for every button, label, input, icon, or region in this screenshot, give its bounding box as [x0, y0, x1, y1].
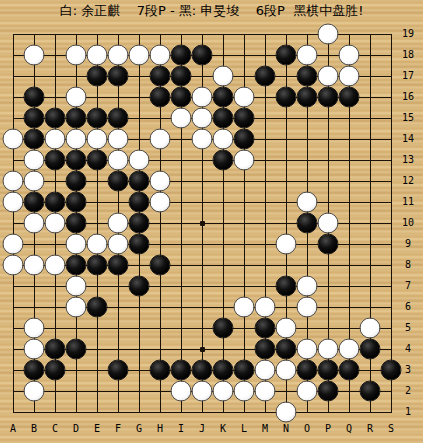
black-stone-H16	[150, 87, 171, 108]
black-stone-B14	[24, 129, 45, 150]
black-stone-C4	[45, 339, 66, 360]
column-label-E: E	[90, 423, 104, 434]
white-stone-M2	[255, 381, 276, 402]
black-stone-K15	[213, 108, 234, 129]
row-label-9: 9	[399, 238, 417, 249]
black-stone-J18	[192, 45, 213, 66]
black-stone-E15	[87, 108, 108, 129]
white-stone-O6	[297, 297, 318, 318]
white-stone-P10	[318, 213, 339, 234]
white-stone-D18	[66, 45, 87, 66]
column-label-N: N	[279, 423, 293, 434]
white-stone-Q17	[339, 66, 360, 87]
white-stone-O2	[297, 381, 318, 402]
white-stone-C8	[45, 255, 66, 276]
row-label-1: 1	[399, 406, 417, 417]
white-stone-N9	[276, 234, 297, 255]
black-stone-B15	[24, 108, 45, 129]
white-stone-D9	[66, 234, 87, 255]
white-stone-P17	[318, 66, 339, 87]
black-stone-P16	[318, 87, 339, 108]
white-stone-D14	[66, 129, 87, 150]
white-stone-J14	[192, 129, 213, 150]
column-label-H: H	[153, 423, 167, 434]
column-label-K: K	[216, 423, 230, 434]
black-stone-P3	[318, 360, 339, 381]
row-label-18: 18	[399, 49, 417, 60]
black-stone-I3	[171, 360, 192, 381]
row-label-10: 10	[399, 217, 417, 228]
black-stone-B16	[24, 87, 45, 108]
black-stone-F17	[108, 66, 129, 87]
black-stone-B11	[24, 192, 45, 213]
column-label-P: P	[321, 423, 335, 434]
black-stone-G9	[129, 234, 150, 255]
white-stone-B13	[24, 150, 45, 171]
column-label-O: O	[300, 423, 314, 434]
black-stone-K3	[213, 360, 234, 381]
white-stone-B8	[24, 255, 45, 276]
black-stone-K5	[213, 318, 234, 339]
white-stone-B10	[24, 213, 45, 234]
black-stone-E6	[87, 297, 108, 318]
black-stone-D13	[66, 150, 87, 171]
black-stone-L15	[234, 108, 255, 129]
white-stone-A11	[3, 192, 24, 213]
black-stone-P2	[318, 381, 339, 402]
row-label-7: 7	[399, 280, 417, 291]
black-stone-N18	[276, 45, 297, 66]
white-stone-N1	[276, 402, 297, 423]
white-stone-Q18	[339, 45, 360, 66]
black-stone-I18	[171, 45, 192, 66]
white-stone-E14	[87, 129, 108, 150]
white-stone-K17	[213, 66, 234, 87]
black-stone-N16	[276, 87, 297, 108]
column-label-M: M	[258, 423, 272, 434]
black-stone-P9	[318, 234, 339, 255]
black-stone-R2	[360, 381, 381, 402]
white-stone-O18	[297, 45, 318, 66]
black-stone-E17	[87, 66, 108, 87]
white-stone-P4	[318, 339, 339, 360]
white-stone-O11	[297, 192, 318, 213]
white-stone-F10	[108, 213, 129, 234]
white-stone-I2	[171, 381, 192, 402]
black-stone-O3	[297, 360, 318, 381]
row-label-2: 2	[399, 385, 417, 396]
white-stone-L6	[234, 297, 255, 318]
black-stone-I16	[171, 87, 192, 108]
white-stone-C10	[45, 213, 66, 234]
row-label-15: 15	[399, 112, 417, 123]
white-stone-H18	[150, 45, 171, 66]
column-label-D: D	[69, 423, 83, 434]
black-stone-L3	[234, 360, 255, 381]
black-stone-O10	[297, 213, 318, 234]
white-stone-F18	[108, 45, 129, 66]
column-label-R: R	[363, 423, 377, 434]
column-label-Q: Q	[342, 423, 356, 434]
white-stone-A12	[3, 171, 24, 192]
column-label-I: I	[174, 423, 188, 434]
black-stone-I17	[171, 66, 192, 87]
star-point	[200, 221, 205, 226]
black-stone-M17	[255, 66, 276, 87]
row-label-5: 5	[399, 322, 417, 333]
white-stone-K14	[213, 129, 234, 150]
white-stone-E9	[87, 234, 108, 255]
black-stone-L14	[234, 129, 255, 150]
column-label-G: G	[132, 423, 146, 434]
column-label-B: B	[27, 423, 41, 434]
white-stone-G13	[129, 150, 150, 171]
white-stone-D6	[66, 297, 87, 318]
white-stone-F13	[108, 150, 129, 171]
black-stone-D11	[66, 192, 87, 213]
white-stone-Q4	[339, 339, 360, 360]
black-stone-G12	[129, 171, 150, 192]
white-stone-J2	[192, 381, 213, 402]
black-stone-H8	[150, 255, 171, 276]
white-stone-L16	[234, 87, 255, 108]
row-label-17: 17	[399, 70, 417, 81]
white-stone-F9	[108, 234, 129, 255]
white-stone-J16	[192, 87, 213, 108]
row-label-8: 8	[399, 259, 417, 270]
white-stone-D7	[66, 276, 87, 297]
row-label-4: 4	[399, 343, 417, 354]
white-stone-E18	[87, 45, 108, 66]
black-stone-F3	[108, 360, 129, 381]
row-label-6: 6	[399, 301, 417, 312]
black-stone-H3	[150, 360, 171, 381]
row-label-3: 3	[399, 364, 417, 375]
black-stone-C3	[45, 360, 66, 381]
row-label-19: 19	[399, 28, 417, 39]
white-stone-H14	[150, 129, 171, 150]
black-stone-K16	[213, 87, 234, 108]
black-stone-G7	[129, 276, 150, 297]
white-stone-K2	[213, 381, 234, 402]
white-stone-O4	[297, 339, 318, 360]
white-stone-B12	[24, 171, 45, 192]
white-stone-J15	[192, 108, 213, 129]
black-stone-F8	[108, 255, 129, 276]
white-stone-R5	[360, 318, 381, 339]
white-stone-P19	[318, 24, 339, 45]
white-stone-I15	[171, 108, 192, 129]
column-label-F: F	[111, 423, 125, 434]
black-stone-D12	[66, 171, 87, 192]
black-stone-M4	[255, 339, 276, 360]
black-stone-F15	[108, 108, 129, 129]
white-stone-C14	[45, 129, 66, 150]
black-stone-E13	[87, 150, 108, 171]
black-stone-J3	[192, 360, 213, 381]
black-stone-F12	[108, 171, 129, 192]
column-label-S: S	[384, 423, 398, 434]
white-stone-N3	[276, 360, 297, 381]
black-stone-K13	[213, 150, 234, 171]
white-stone-A9	[3, 234, 24, 255]
column-label-A: A	[6, 423, 20, 434]
black-stone-D8	[66, 255, 87, 276]
black-stone-H17	[150, 66, 171, 87]
black-stone-G10	[129, 213, 150, 234]
black-stone-Q3	[339, 360, 360, 381]
black-stone-N4	[276, 339, 297, 360]
white-stone-L2	[234, 381, 255, 402]
row-label-12: 12	[399, 175, 417, 186]
white-stone-L13	[234, 150, 255, 171]
white-stone-H12	[150, 171, 171, 192]
white-stone-B4	[24, 339, 45, 360]
black-stone-M5	[255, 318, 276, 339]
white-stone-B18	[24, 45, 45, 66]
white-stone-F14	[108, 129, 129, 150]
white-stone-B5	[24, 318, 45, 339]
column-label-L: L	[237, 423, 251, 434]
row-label-14: 14	[399, 133, 417, 144]
white-stone-A8	[3, 255, 24, 276]
white-stone-M3	[255, 360, 276, 381]
black-stone-O16	[297, 87, 318, 108]
white-stone-H11	[150, 192, 171, 213]
white-stone-O7	[297, 276, 318, 297]
white-stone-N5	[276, 318, 297, 339]
black-stone-N7	[276, 276, 297, 297]
black-stone-Q16	[339, 87, 360, 108]
black-stone-R4	[360, 339, 381, 360]
go-board[interactable]: 白: 余正麒 7段P - 黑: 申旻埈 6段P 黑棋中盘胜! ABCDEFGHI…	[0, 0, 423, 443]
white-stone-A14	[3, 129, 24, 150]
row-label-11: 11	[399, 196, 417, 207]
game-info-header: 白: 余正麒 7段P - 黑: 申旻埈 6段P 黑棋中盘胜!	[0, 0, 423, 22]
row-label-16: 16	[399, 91, 417, 102]
black-stone-B3	[24, 360, 45, 381]
white-stone-G18	[129, 45, 150, 66]
row-label-13: 13	[399, 154, 417, 165]
white-stone-B2	[24, 381, 45, 402]
star-point	[200, 347, 205, 352]
black-stone-O17	[297, 66, 318, 87]
white-stone-D16	[66, 87, 87, 108]
black-stone-E8	[87, 255, 108, 276]
black-stone-C15	[45, 108, 66, 129]
black-stone-D10	[66, 213, 87, 234]
white-stone-M6	[255, 297, 276, 318]
column-label-J: J	[195, 423, 209, 434]
black-stone-D15	[66, 108, 87, 129]
column-label-C: C	[48, 423, 62, 434]
black-stone-C13	[45, 150, 66, 171]
black-stone-G11	[129, 192, 150, 213]
black-stone-C11	[45, 192, 66, 213]
black-stone-D4	[66, 339, 87, 360]
